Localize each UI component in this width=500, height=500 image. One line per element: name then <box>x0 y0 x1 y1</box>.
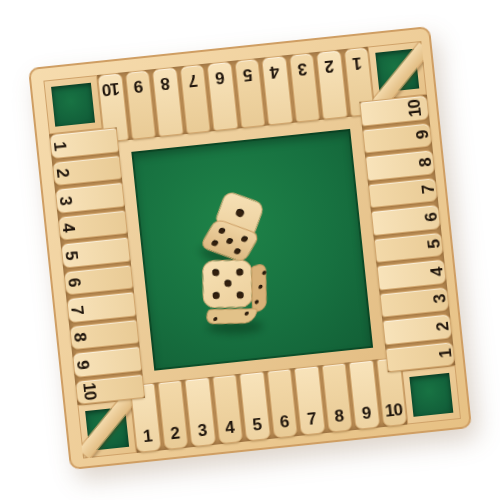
tile-right-6[interactable]: 6 <box>371 204 441 235</box>
tile-top-4[interactable]: 4 <box>261 55 292 125</box>
tile-top-8[interactable]: 8 <box>152 67 183 137</box>
tile-number: 9 <box>133 77 143 95</box>
tile-top-5[interactable]: 5 <box>234 58 265 128</box>
tile-number: 5 <box>425 239 443 249</box>
tile-number: 4 <box>59 223 77 233</box>
tile-number: 5 <box>62 250 80 260</box>
tile-number: 2 <box>433 322 451 332</box>
corner-bottom-right <box>402 365 461 424</box>
tile-left-8[interactable]: 8 <box>69 319 139 350</box>
tile-number: 10 <box>384 401 403 420</box>
die-top-face <box>202 259 253 308</box>
corner-bottom-left <box>77 399 136 458</box>
tile-number: 4 <box>427 267 445 277</box>
tile-right-9[interactable]: 9 <box>362 122 432 153</box>
tile-number: 10 <box>80 382 99 401</box>
tile-number: 6 <box>422 212 440 222</box>
tile-number: 7 <box>188 72 198 90</box>
tile-bottom-5[interactable]: 5 <box>239 371 270 441</box>
tile-right-2[interactable]: 2 <box>382 313 452 344</box>
tile-number: 1 <box>352 54 362 72</box>
tile-top-6[interactable]: 6 <box>206 61 237 131</box>
tile-number: 4 <box>224 419 234 437</box>
tile-bottom-7[interactable]: 7 <box>294 366 325 436</box>
product-photo-background: 10 9 8 7 6 5 4 3 2 1 1 2 3 4 5 6 7 8 9 1… <box>0 0 500 500</box>
tile-bottom-3[interactable]: 3 <box>184 377 215 447</box>
tile-number: 1 <box>51 141 69 151</box>
tile-bottom-4[interactable]: 4 <box>212 374 243 444</box>
die-right-face <box>251 262 267 313</box>
tile-number: 7 <box>419 185 437 195</box>
tile-number: 9 <box>361 404 371 422</box>
tile-number: 1 <box>436 349 454 359</box>
tile-number: 4 <box>270 63 280 81</box>
shut-the-box-board: 10 9 8 7 6 5 4 3 2 1 1 2 3 4 5 6 7 8 9 1… <box>28 26 472 470</box>
tile-bottom-8[interactable]: 8 <box>321 363 352 433</box>
tile-left-9[interactable]: 9 <box>72 346 142 377</box>
tile-right-4[interactable]: 4 <box>377 259 447 290</box>
tile-bottom-9[interactable]: 9 <box>348 360 379 430</box>
tile-number: 8 <box>334 407 344 425</box>
tile-top-7[interactable]: 7 <box>179 64 210 134</box>
tile-number: 3 <box>56 195 74 205</box>
tile-number: 5 <box>243 66 253 84</box>
tile-number: 8 <box>160 75 170 93</box>
tile-left-5[interactable]: 5 <box>61 237 131 268</box>
tile-left-3[interactable]: 3 <box>55 182 125 213</box>
tile-number: 10 <box>405 99 424 118</box>
tile-right-7[interactable]: 7 <box>368 177 438 208</box>
tile-number: 8 <box>416 157 434 167</box>
tile-number: 3 <box>297 60 307 78</box>
tile-top-3[interactable]: 3 <box>289 52 320 122</box>
tile-number: 2 <box>53 168 71 178</box>
tile-number: 8 <box>71 332 89 342</box>
tile-number: 3 <box>197 422 207 440</box>
corner-top-right <box>368 41 427 100</box>
die-lower[interactable] <box>202 259 269 326</box>
tile-bottom-6[interactable]: 6 <box>266 368 297 438</box>
tile-right-5[interactable]: 5 <box>374 231 444 262</box>
tile-left-6[interactable]: 6 <box>63 264 133 295</box>
die-front-face <box>204 308 258 324</box>
tile-number: 2 <box>325 57 335 75</box>
tile-top-2[interactable]: 2 <box>316 49 347 119</box>
tile-number: 5 <box>252 416 262 434</box>
tile-right-8[interactable]: 8 <box>365 149 435 180</box>
tile-number: 7 <box>68 305 86 315</box>
tile-top-9[interactable]: 9 <box>124 70 155 140</box>
tile-number: 2 <box>170 424 180 442</box>
corner-felt <box>409 373 453 417</box>
tile-number: 9 <box>413 130 431 140</box>
tile-left-2[interactable]: 2 <box>52 155 122 186</box>
tile-right-3[interactable]: 3 <box>379 286 449 317</box>
tile-bottom-2[interactable]: 2 <box>157 380 188 450</box>
tile-number: 9 <box>74 359 92 369</box>
corner-felt <box>51 83 95 127</box>
tile-number: 3 <box>430 294 448 304</box>
tile-number: 10 <box>102 80 121 99</box>
tile-number: 6 <box>279 413 289 431</box>
tile-left-7[interactable]: 7 <box>66 291 136 322</box>
tile-number: 7 <box>306 410 316 428</box>
corner-top-left <box>43 75 102 134</box>
tile-number: 1 <box>142 427 152 445</box>
tile-number: 6 <box>65 277 83 287</box>
tile-left-4[interactable]: 4 <box>58 209 128 240</box>
tile-number: 6 <box>215 69 225 87</box>
